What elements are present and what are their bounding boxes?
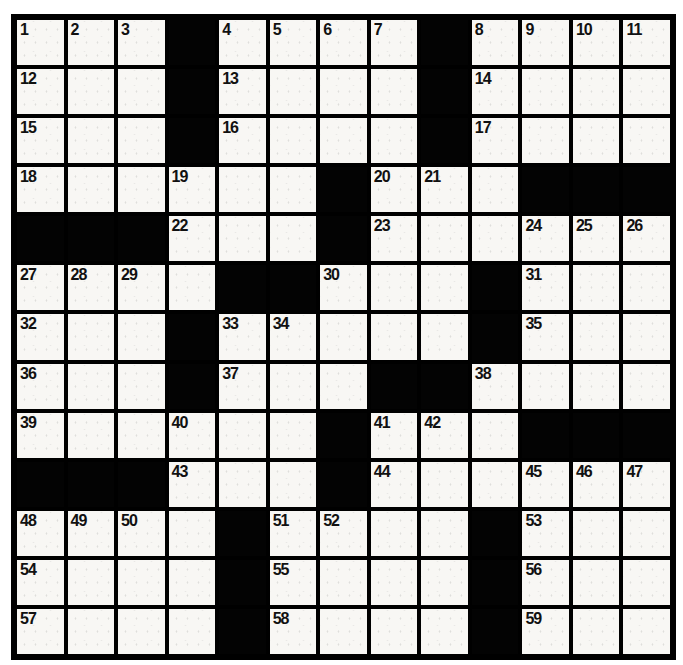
white-cell-r11c12[interactable] (573, 511, 620, 556)
clue-number-35: 35 (525, 314, 541, 333)
clue-number-14: 14 (475, 69, 491, 88)
white-cell-r3c12[interactable] (573, 118, 620, 163)
white-cell-r12c4[interactable] (169, 560, 216, 605)
black-cell-r8c4 (169, 364, 216, 409)
white-cell-r13c6[interactable]: 58 (270, 609, 317, 654)
clue-number-42: 42 (424, 413, 440, 432)
white-cell-r10c8[interactable]: 44 (371, 462, 418, 507)
white-cell-r8c10[interactable]: 38 (472, 364, 519, 409)
black-cell-r3c9 (421, 118, 468, 163)
white-cell-r7c11[interactable]: 35 (522, 314, 569, 359)
white-cell-r6c4[interactable] (169, 265, 216, 310)
white-cell-r3c1[interactable]: 15 (17, 118, 64, 163)
white-cell-r4c2[interactable] (68, 167, 115, 212)
black-cell-r9c11 (522, 413, 569, 458)
black-cell-r10c1 (17, 462, 64, 507)
white-cell-r3c5[interactable]: 16 (219, 118, 266, 163)
clue-number-30: 30 (323, 265, 339, 284)
white-cell-r7c7[interactable] (320, 314, 367, 359)
white-cell-r10c6[interactable] (270, 462, 317, 507)
white-cell-r13c13[interactable] (623, 609, 670, 654)
black-cell-r6c5 (219, 265, 266, 310)
clue-number-12: 12 (20, 69, 36, 88)
black-cell-r6c6 (270, 265, 317, 310)
clue-number-54: 54 (20, 560, 36, 579)
clue-number-29: 29 (121, 265, 137, 284)
black-cell-r12c10 (472, 560, 519, 605)
white-cell-r10c13[interactable]: 47 (623, 462, 670, 507)
clue-number-22: 22 (172, 216, 188, 235)
white-cell-r9c2[interactable] (68, 413, 115, 458)
white-cell-r7c12[interactable] (573, 314, 620, 359)
white-cell-r9c5[interactable] (219, 413, 266, 458)
white-cell-r7c6[interactable]: 34 (270, 314, 317, 359)
white-cell-r2c7[interactable] (320, 69, 367, 114)
clue-number-13: 13 (222, 69, 238, 88)
white-cell-r11c13[interactable] (623, 511, 670, 556)
black-cell-r5c1 (17, 216, 64, 261)
white-cell-r8c12[interactable] (573, 364, 620, 409)
white-cell-r8c6[interactable] (270, 364, 317, 409)
white-cell-r1c2[interactable]: 2 (68, 20, 115, 65)
white-cell-r2c12[interactable] (573, 69, 620, 114)
black-cell-r9c12 (573, 413, 620, 458)
clue-number-1: 1 (20, 20, 28, 39)
white-cell-r2c10[interactable]: 14 (472, 69, 519, 114)
page: 1234567891011121314151617181920212223242… (0, 0, 683, 665)
white-cell-r12c6[interactable]: 55 (270, 560, 317, 605)
clue-number-20: 20 (374, 167, 390, 186)
black-cell-r10c3 (118, 462, 165, 507)
black-cell-r1c9 (421, 20, 468, 65)
white-cell-r2c1[interactable]: 12 (17, 69, 64, 114)
white-cell-r8c11[interactable] (522, 364, 569, 409)
white-cell-r13c3[interactable] (118, 609, 165, 654)
clue-number-3: 3 (121, 20, 129, 39)
clue-number-24: 24 (525, 216, 541, 235)
white-cell-r3c8[interactable] (371, 118, 418, 163)
white-cell-r7c13[interactable] (623, 314, 670, 359)
clue-number-18: 18 (20, 167, 36, 186)
white-cell-r13c2[interactable] (68, 609, 115, 654)
white-cell-r1c6[interactable]: 5 (270, 20, 317, 65)
white-cell-r12c1[interactable]: 54 (17, 560, 64, 605)
white-cell-r3c3[interactable] (118, 118, 165, 163)
black-cell-r1c4 (169, 20, 216, 65)
white-cell-r4c3[interactable] (118, 167, 165, 212)
white-cell-r1c3[interactable]: 3 (118, 20, 165, 65)
clue-number-55: 55 (273, 560, 289, 579)
white-cell-r13c4[interactable] (169, 609, 216, 654)
white-cell-r3c2[interactable] (68, 118, 115, 163)
white-cell-r2c6[interactable] (270, 69, 317, 114)
white-cell-r3c6[interactable] (270, 118, 317, 163)
clue-number-40: 40 (172, 413, 188, 432)
clue-number-9: 9 (525, 20, 533, 39)
white-cell-r1c7[interactable]: 6 (320, 20, 367, 65)
white-cell-r12c2[interactable] (68, 560, 115, 605)
white-cell-r7c5[interactable]: 33 (219, 314, 266, 359)
white-cell-r2c8[interactable] (371, 69, 418, 114)
black-cell-r11c5 (219, 511, 266, 556)
black-cell-r5c2 (68, 216, 115, 261)
white-cell-r13c1[interactable]: 57 (17, 609, 64, 654)
white-cell-r4c6[interactable] (270, 167, 317, 212)
white-cell-r5c12[interactable]: 25 (573, 216, 620, 261)
white-cell-r11c3[interactable]: 50 (118, 511, 165, 556)
white-cell-r10c5[interactable] (219, 462, 266, 507)
clue-number-51: 51 (273, 511, 289, 530)
white-cell-r5c10[interactable] (472, 216, 519, 261)
white-cell-r6c12[interactable] (573, 265, 620, 310)
white-cell-r11c2[interactable]: 49 (68, 511, 115, 556)
white-cell-r5c6[interactable] (270, 216, 317, 261)
clue-number-11: 11 (626, 20, 641, 39)
white-cell-r8c2[interactable] (68, 364, 115, 409)
clue-number-19: 19 (172, 167, 188, 186)
white-cell-r3c7[interactable] (320, 118, 367, 163)
white-cell-r12c9[interactable] (421, 560, 468, 605)
white-cell-r2c11[interactable] (522, 69, 569, 114)
black-cell-r10c7 (320, 462, 367, 507)
white-cell-r1c10[interactable]: 8 (472, 20, 519, 65)
white-cell-r5c5[interactable] (219, 216, 266, 261)
white-cell-r1c12[interactable]: 10 (573, 20, 620, 65)
clue-number-58: 58 (273, 609, 289, 628)
white-cell-r13c8[interactable] (371, 609, 418, 654)
white-cell-r5c8[interactable]: 23 (371, 216, 418, 261)
clue-number-39: 39 (20, 413, 36, 432)
white-cell-r4c1[interactable]: 18 (17, 167, 64, 212)
clue-number-4: 4 (222, 20, 230, 39)
clue-number-26: 26 (626, 216, 642, 235)
white-cell-r6c1[interactable]: 27 (17, 265, 64, 310)
clue-number-8: 8 (475, 20, 483, 39)
white-cell-r9c6[interactable] (270, 413, 317, 458)
white-cell-r11c8[interactable] (371, 511, 418, 556)
black-cell-r11c10 (472, 511, 519, 556)
clue-number-59: 59 (525, 609, 541, 628)
clue-number-50: 50 (121, 511, 137, 530)
white-cell-r4c10[interactable] (472, 167, 519, 212)
clue-number-34: 34 (273, 314, 289, 333)
black-cell-r4c7 (320, 167, 367, 212)
clue-number-52: 52 (323, 511, 339, 530)
black-cell-r7c10 (472, 314, 519, 359)
white-cell-r4c4[interactable]: 19 (169, 167, 216, 212)
white-cell-r12c13[interactable] (623, 560, 670, 605)
white-cell-r12c3[interactable] (118, 560, 165, 605)
clue-number-48: 48 (20, 511, 36, 530)
clue-number-17: 17 (475, 118, 491, 137)
clue-number-6: 6 (323, 20, 331, 39)
white-cell-r6c9[interactable] (421, 265, 468, 310)
black-cell-r2c4 (169, 69, 216, 114)
white-cell-r4c8[interactable]: 20 (371, 167, 418, 212)
white-cell-r12c7[interactable] (320, 560, 367, 605)
white-cell-r10c9[interactable] (421, 462, 468, 507)
white-cell-r12c12[interactable] (573, 560, 620, 605)
clue-number-36: 36 (20, 364, 36, 383)
white-cell-r1c5[interactable]: 4 (219, 20, 266, 65)
white-cell-r5c13[interactable]: 26 (623, 216, 670, 261)
clue-number-56: 56 (525, 560, 541, 579)
white-cell-r9c9[interactable]: 42 (421, 413, 468, 458)
clue-number-32: 32 (20, 314, 36, 333)
white-cell-r4c9[interactable]: 21 (421, 167, 468, 212)
white-cell-r13c7[interactable] (320, 609, 367, 654)
white-cell-r10c12[interactable]: 46 (573, 462, 620, 507)
clue-number-45: 45 (525, 462, 541, 481)
white-cell-r3c11[interactable] (522, 118, 569, 163)
white-cell-r12c11[interactable]: 56 (522, 560, 569, 605)
white-cell-r4c5[interactable] (219, 167, 266, 212)
crossword-grid: 1234567891011121314151617181920212223242… (11, 14, 676, 660)
black-cell-r8c8 (371, 364, 418, 409)
white-cell-r10c10[interactable] (472, 462, 519, 507)
white-cell-r1c11[interactable]: 9 (522, 20, 569, 65)
white-cell-r8c1[interactable]: 36 (17, 364, 64, 409)
clue-number-10: 10 (576, 20, 592, 39)
white-cell-r9c8[interactable]: 41 (371, 413, 418, 458)
white-cell-r9c10[interactable] (472, 413, 519, 458)
white-cell-r11c7[interactable]: 52 (320, 511, 367, 556)
black-cell-r4c11 (522, 167, 569, 212)
white-cell-r5c9[interactable] (421, 216, 468, 261)
black-cell-r10c2 (68, 462, 115, 507)
clue-number-23: 23 (374, 216, 390, 235)
white-cell-r9c1[interactable]: 39 (17, 413, 64, 458)
clue-number-53: 53 (525, 511, 541, 530)
black-cell-r6c10 (472, 265, 519, 310)
white-cell-r7c3[interactable] (118, 314, 165, 359)
white-cell-r3c10[interactable]: 17 (472, 118, 519, 163)
clue-number-25: 25 (576, 216, 592, 235)
white-cell-r10c4[interactable]: 43 (169, 462, 216, 507)
white-cell-r8c3[interactable] (118, 364, 165, 409)
black-cell-r13c5 (219, 609, 266, 654)
clue-number-2: 2 (71, 20, 79, 39)
clue-number-41: 41 (374, 413, 390, 432)
clue-number-47: 47 (626, 462, 642, 481)
white-cell-r2c13[interactable] (623, 69, 670, 114)
black-cell-r3c4 (169, 118, 216, 163)
white-cell-r7c2[interactable] (68, 314, 115, 359)
white-cell-r2c2[interactable] (68, 69, 115, 114)
white-cell-r10c11[interactable]: 45 (522, 462, 569, 507)
white-cell-r11c1[interactable]: 48 (17, 511, 64, 556)
clue-number-28: 28 (71, 265, 87, 284)
white-cell-r6c7[interactable]: 30 (320, 265, 367, 310)
clue-number-38: 38 (475, 364, 491, 383)
clue-number-57: 57 (20, 609, 36, 628)
white-cell-r6c8[interactable] (371, 265, 418, 310)
black-cell-r13c10 (472, 609, 519, 654)
white-cell-r8c7[interactable] (320, 364, 367, 409)
clue-number-44: 44 (374, 462, 390, 481)
clue-number-15: 15 (20, 118, 36, 137)
black-cell-r5c3 (118, 216, 165, 261)
white-cell-r1c8[interactable]: 7 (371, 20, 418, 65)
white-cell-r5c4[interactable]: 22 (169, 216, 216, 261)
white-cell-r13c9[interactable] (421, 609, 468, 654)
clue-number-16: 16 (222, 118, 238, 137)
white-cell-r7c8[interactable] (371, 314, 418, 359)
black-cell-r4c12 (573, 167, 620, 212)
black-cell-r9c13 (623, 413, 670, 458)
clue-number-43: 43 (172, 462, 188, 481)
clue-number-7: 7 (374, 20, 382, 39)
white-cell-r2c3[interactable] (118, 69, 165, 114)
white-cell-r7c9[interactable] (421, 314, 468, 359)
black-cell-r8c9 (421, 364, 468, 409)
clue-number-21: 21 (424, 167, 440, 186)
white-cell-r8c13[interactable] (623, 364, 670, 409)
white-cell-r11c11[interactable]: 53 (522, 511, 569, 556)
black-cell-r4c13 (623, 167, 670, 212)
white-cell-r9c3[interactable] (118, 413, 165, 458)
clue-number-33: 33 (222, 314, 238, 333)
white-cell-r13c11[interactable]: 59 (522, 609, 569, 654)
white-cell-r8c5[interactable]: 37 (219, 364, 266, 409)
white-cell-r11c4[interactable] (169, 511, 216, 556)
clue-number-37: 37 (222, 364, 238, 383)
white-cell-r6c3[interactable]: 29 (118, 265, 165, 310)
white-cell-r11c9[interactable] (421, 511, 468, 556)
white-cell-r13c12[interactable] (573, 609, 620, 654)
black-cell-r7c4 (169, 314, 216, 359)
clue-number-49: 49 (71, 511, 87, 530)
white-cell-r2c5[interactable]: 13 (219, 69, 266, 114)
white-cell-r7c1[interactable]: 32 (17, 314, 64, 359)
black-cell-r5c7 (320, 216, 367, 261)
white-cell-r5c11[interactable]: 24 (522, 216, 569, 261)
white-cell-r3c13[interactable] (623, 118, 670, 163)
clue-number-46: 46 (576, 462, 592, 481)
clue-number-27: 27 (20, 265, 36, 284)
white-cell-r6c13[interactable] (623, 265, 670, 310)
white-cell-r12c8[interactable] (371, 560, 418, 605)
clue-number-5: 5 (273, 20, 281, 39)
clue-number-31: 31 (525, 265, 541, 284)
white-cell-r9c4[interactable]: 40 (169, 413, 216, 458)
black-cell-r2c9 (421, 69, 468, 114)
white-cell-r1c13[interactable]: 11 (623, 20, 670, 65)
black-cell-r9c7 (320, 413, 367, 458)
white-cell-r6c2[interactable]: 28 (68, 265, 115, 310)
white-cell-r6c11[interactable]: 31 (522, 265, 569, 310)
white-cell-r1c1[interactable]: 1 (17, 20, 64, 65)
black-cell-r12c5 (219, 560, 266, 605)
white-cell-r11c6[interactable]: 51 (270, 511, 317, 556)
